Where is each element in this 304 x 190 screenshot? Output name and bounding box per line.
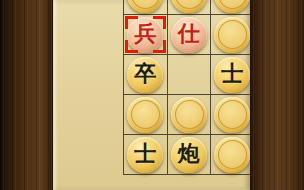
face-down-piece[interactable] — [214, 137, 250, 173]
board-cell[interactable]: 卒 — [124, 55, 168, 95]
wood-grain-texture — [0, 0, 53, 190]
black-soldier[interactable]: 卒 — [127, 57, 163, 93]
red-advisor[interactable]: 仕 — [171, 17, 207, 53]
face-down-piece[interactable] — [214, 97, 250, 133]
face-down-piece[interactable] — [214, 0, 250, 13]
black-cannon[interactable]: 炮 — [171, 137, 207, 173]
board-cell[interactable] — [124, 0, 168, 15]
board-cell[interactable]: 士 — [211, 55, 255, 95]
wood-frame-left — [0, 0, 53, 190]
board-cell[interactable]: 炮 — [168, 135, 212, 175]
piece-character: 炮 — [178, 143, 200, 166]
selection-bracket-corner — [125, 40, 138, 53]
face-down-piece[interactable] — [171, 97, 207, 133]
board-cell[interactable] — [168, 55, 212, 95]
board-cell[interactable] — [211, 0, 255, 15]
face-down-piece[interactable] — [171, 0, 207, 13]
board-cell[interactable]: 仕 — [168, 15, 212, 55]
wood-frame-right — [250, 0, 304, 190]
board-cell[interactable] — [124, 95, 168, 135]
wood-grain-texture — [250, 0, 304, 190]
face-down-piece[interactable] — [214, 17, 250, 53]
face-down-piece[interactable] — [127, 97, 163, 133]
board-cell[interactable] — [211, 95, 255, 135]
board-cell[interactable]: 兵 — [124, 15, 168, 55]
board-cell[interactable] — [211, 15, 255, 55]
board-cell[interactable] — [168, 0, 212, 15]
game-screen: 兵仕卒士車士炮將 — [0, 0, 304, 190]
board-cell[interactable] — [168, 95, 212, 135]
banqi-board: 兵仕卒士車士炮將 — [53, 0, 250, 190]
black-advisor[interactable]: 士 — [214, 57, 250, 93]
piece-character: 卒 — [134, 63, 156, 86]
board-cell[interactable]: 士 — [124, 135, 168, 175]
board-cell[interactable] — [211, 135, 255, 175]
selection-bracket-corner — [153, 16, 166, 29]
selection-bracket-corner — [125, 16, 138, 29]
piece-character: 仕 — [178, 23, 200, 46]
black-advisor[interactable]: 士 — [127, 137, 163, 173]
face-down-piece[interactable] — [127, 0, 163, 13]
piece-character: 士 — [134, 143, 156, 166]
selection-bracket-corner — [153, 40, 166, 53]
piece-character: 士 — [221, 63, 243, 86]
